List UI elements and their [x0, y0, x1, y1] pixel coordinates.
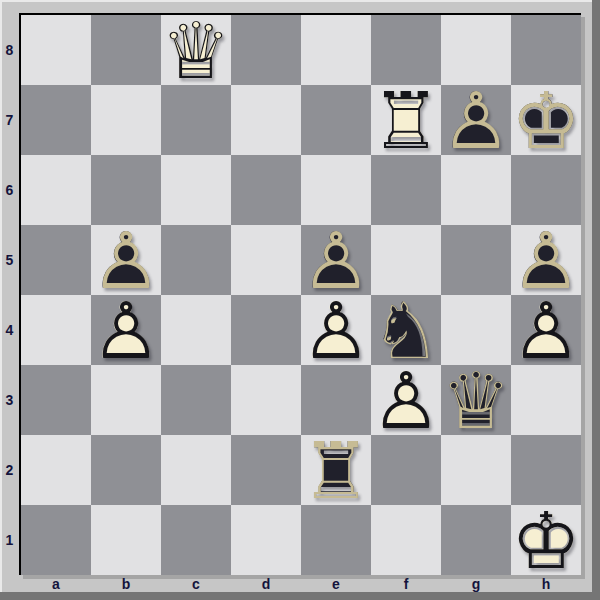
- square-g5[interactable]: [441, 225, 511, 295]
- black-pawn[interactable]: ♟♙: [91, 225, 161, 295]
- square-e7[interactable]: [301, 85, 371, 155]
- square-g4[interactable]: [441, 295, 511, 365]
- white-pawn-icon: ♟: [371, 366, 441, 436]
- board-frame: ♛♕♜♖♟♙♚♔♟♙♟♙♟♙♟♙♟♙♞♘♟♙♟♙♛♕♜♖♚♔: [19, 13, 581, 575]
- square-f2[interactable]: [371, 435, 441, 505]
- square-b8[interactable]: [91, 15, 161, 85]
- rank-label-8: 8: [0, 15, 19, 85]
- square-h8[interactable]: [511, 15, 581, 85]
- chess-diagram-panel: 87654321 ♛♕♜♖♟♙♚♔♟♙♟♙♟♙♟♙♟♙♞♘♟♙♟♙♛♕♜♖♚♔ …: [0, 0, 600, 600]
- square-c7[interactable]: [161, 85, 231, 155]
- square-c1[interactable]: [161, 505, 231, 575]
- white-pawn-outline-icon: ♙: [511, 296, 581, 366]
- square-b5[interactable]: ♟♙: [91, 225, 161, 295]
- square-a7[interactable]: [21, 85, 91, 155]
- square-f1[interactable]: [371, 505, 441, 575]
- square-f4[interactable]: ♞♘: [371, 295, 441, 365]
- square-g3[interactable]: ♛♕: [441, 365, 511, 435]
- white-queen-icon: ♛: [161, 16, 231, 86]
- square-d2[interactable]: [231, 435, 301, 505]
- square-d4[interactable]: [231, 295, 301, 365]
- square-b1[interactable]: [91, 505, 161, 575]
- square-h1[interactable]: ♚♔: [511, 505, 581, 575]
- file-label-c: c: [161, 577, 231, 592]
- square-h6[interactable]: [511, 155, 581, 225]
- square-a6[interactable]: [21, 155, 91, 225]
- white-queen[interactable]: ♛♕: [161, 15, 231, 85]
- square-h4[interactable]: ♟♙: [511, 295, 581, 365]
- black-pawn[interactable]: ♟♙: [511, 225, 581, 295]
- square-e8[interactable]: [301, 15, 371, 85]
- square-b4[interactable]: ♟♙: [91, 295, 161, 365]
- square-g2[interactable]: [441, 435, 511, 505]
- rank-label-7: 7: [0, 85, 19, 155]
- white-pawn-outline-icon: ♙: [301, 296, 371, 366]
- rank-label-3: 3: [0, 365, 19, 435]
- white-queen-outline-icon: ♕: [161, 16, 231, 86]
- square-c5[interactable]: [161, 225, 231, 295]
- black-rook[interactable]: ♜♖: [301, 435, 371, 505]
- rank-label-6: 6: [0, 155, 19, 225]
- square-c6[interactable]: [161, 155, 231, 225]
- square-h5[interactable]: ♟♙: [511, 225, 581, 295]
- black-pawn[interactable]: ♟♙: [441, 85, 511, 155]
- white-pawn[interactable]: ♟♙: [371, 365, 441, 435]
- square-g7[interactable]: ♟♙: [441, 85, 511, 155]
- black-pawn-icon: ♟: [441, 86, 511, 156]
- black-queen-icon: ♛: [441, 366, 511, 436]
- square-g8[interactable]: [441, 15, 511, 85]
- square-b2[interactable]: [91, 435, 161, 505]
- rank-coordinates: 87654321: [0, 15, 19, 575]
- black-knight-outline-icon: ♘: [371, 296, 441, 366]
- white-pawn[interactable]: ♟♙: [511, 295, 581, 365]
- rank-label-1: 1: [0, 505, 19, 575]
- square-e5[interactable]: ♟♙: [301, 225, 371, 295]
- black-rook-outline-icon: ♖: [301, 436, 371, 506]
- white-rook-outline-icon: ♖: [371, 86, 441, 156]
- white-king-icon: ♚: [511, 506, 581, 576]
- file-coordinates: abcdefgh: [21, 577, 581, 592]
- bevel-shadow-bottom: [0, 592, 600, 600]
- white-rook[interactable]: ♜♖: [371, 85, 441, 155]
- square-e3[interactable]: [301, 365, 371, 435]
- white-rook-icon: ♜: [371, 86, 441, 156]
- black-knight-icon: ♞: [371, 296, 441, 366]
- white-pawn-outline-icon: ♙: [91, 296, 161, 366]
- black-pawn-outline-icon: ♙: [441, 86, 511, 156]
- square-b3[interactable]: [91, 365, 161, 435]
- square-f6[interactable]: [371, 155, 441, 225]
- white-pawn-icon: ♟: [511, 296, 581, 366]
- black-king[interactable]: ♚♔: [511, 85, 581, 155]
- square-c2[interactable]: [161, 435, 231, 505]
- square-h3[interactable]: [511, 365, 581, 435]
- square-d1[interactable]: [231, 505, 301, 575]
- bevel-highlight-top: [0, 0, 592, 2]
- white-pawn-outline-icon: ♙: [371, 366, 441, 436]
- square-h7[interactable]: ♚♔: [511, 85, 581, 155]
- square-d7[interactable]: [231, 85, 301, 155]
- square-b7[interactable]: [91, 85, 161, 155]
- file-label-e: e: [301, 577, 371, 592]
- file-label-h: h: [511, 577, 581, 592]
- white-pawn[interactable]: ♟♙: [301, 295, 371, 365]
- black-pawn-icon: ♟: [91, 226, 161, 296]
- square-b6[interactable]: [91, 155, 161, 225]
- black-knight[interactable]: ♞♘: [371, 295, 441, 365]
- file-label-a: a: [21, 577, 91, 592]
- chess-board: ♛♕♜♖♟♙♚♔♟♙♟♙♟♙♟♙♟♙♞♘♟♙♟♙♛♕♜♖♚♔: [21, 15, 581, 575]
- square-a2[interactable]: [21, 435, 91, 505]
- file-label-d: d: [231, 577, 301, 592]
- black-pawn-outline-icon: ♙: [511, 226, 581, 296]
- square-c4[interactable]: [161, 295, 231, 365]
- square-g6[interactable]: [441, 155, 511, 225]
- bevel-shadow-right: [592, 0, 600, 600]
- black-pawn-icon: ♟: [511, 226, 581, 296]
- file-label-b: b: [91, 577, 161, 592]
- square-g1[interactable]: [441, 505, 511, 575]
- rank-label-4: 4: [0, 295, 19, 365]
- square-a4[interactable]: [21, 295, 91, 365]
- white-pawn-icon: ♟: [91, 296, 161, 366]
- black-king-outline-icon: ♔: [511, 86, 581, 156]
- file-label-f: f: [371, 577, 441, 592]
- rank-label-5: 5: [0, 225, 19, 295]
- square-f3[interactable]: ♟♙: [371, 365, 441, 435]
- square-e6[interactable]: [301, 155, 371, 225]
- square-f8[interactable]: [371, 15, 441, 85]
- square-a3[interactable]: [21, 365, 91, 435]
- black-queen-outline-icon: ♕: [441, 366, 511, 436]
- rank-label-2: 2: [0, 435, 19, 505]
- black-pawn[interactable]: ♟♙: [301, 225, 371, 295]
- square-a1[interactable]: [21, 505, 91, 575]
- black-pawn-outline-icon: ♙: [301, 226, 371, 296]
- black-rook-icon: ♜: [301, 436, 371, 506]
- black-pawn-outline-icon: ♙: [91, 226, 161, 296]
- square-e2[interactable]: ♜♖: [301, 435, 371, 505]
- black-king-icon: ♚: [511, 86, 581, 156]
- white-king-outline-icon: ♔: [511, 506, 581, 576]
- square-a5[interactable]: [21, 225, 91, 295]
- white-pawn[interactable]: ♟♙: [91, 295, 161, 365]
- square-e4[interactable]: ♟♙: [301, 295, 371, 365]
- square-d6[interactable]: [231, 155, 301, 225]
- square-e1[interactable]: [301, 505, 371, 575]
- square-h2[interactable]: [511, 435, 581, 505]
- black-queen[interactable]: ♛♕: [441, 365, 511, 435]
- white-pawn-icon: ♟: [301, 296, 371, 366]
- square-c8[interactable]: ♛♕: [161, 15, 231, 85]
- square-d3[interactable]: [231, 365, 301, 435]
- square-d5[interactable]: [231, 225, 301, 295]
- file-label-g: g: [441, 577, 511, 592]
- square-a8[interactable]: [21, 15, 91, 85]
- square-f7[interactable]: ♜♖: [371, 85, 441, 155]
- black-pawn-icon: ♟: [301, 226, 371, 296]
- white-king[interactable]: ♚♔: [511, 505, 581, 575]
- square-d8[interactable]: [231, 15, 301, 85]
- square-f5[interactable]: [371, 225, 441, 295]
- square-c3[interactable]: [161, 365, 231, 435]
